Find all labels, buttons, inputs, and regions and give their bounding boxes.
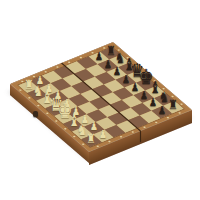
frame-dot-icon <box>143 126 146 128</box>
frame-dot-icon <box>144 72 147 74</box>
frame-dot-icon <box>171 95 174 97</box>
frame-dot-icon <box>28 97 31 99</box>
frame-dot-icon <box>162 88 165 90</box>
frame-dot-icon <box>180 103 183 105</box>
frame-dot-icon <box>167 117 170 119</box>
frame-dot-icon <box>96 145 99 147</box>
frame-dot-icon <box>108 141 111 143</box>
fold-seam-side <box>140 131 141 142</box>
frame-dot-icon <box>126 57 129 59</box>
chess-board <box>10 42 192 152</box>
clasp-latch-icon <box>33 111 38 117</box>
frame-dot-icon <box>132 131 135 133</box>
frame-dot-icon <box>55 120 58 122</box>
frame-dot-icon <box>153 80 156 82</box>
frame-dot-icon <box>135 65 138 67</box>
frame-dot-icon <box>82 143 85 145</box>
frame-dot-icon <box>37 105 40 107</box>
frame-dot-icon <box>64 128 67 130</box>
frame-dot-icon <box>73 136 76 138</box>
chess-set-photo: ♜♞♝♛♚♝♞♜♟♟♟♟♟♟♟♟♟♟♟♟♟♟♟♟♜♞♝♛♚♝♞♜ <box>0 0 200 200</box>
frame-dot-icon <box>155 121 158 123</box>
frame-dot-icon <box>120 136 123 138</box>
frame-dot-icon <box>19 89 22 91</box>
frame-dot-icon <box>117 49 120 51</box>
frame-dot-icon <box>178 112 181 114</box>
frame-dot-icon <box>46 112 49 114</box>
